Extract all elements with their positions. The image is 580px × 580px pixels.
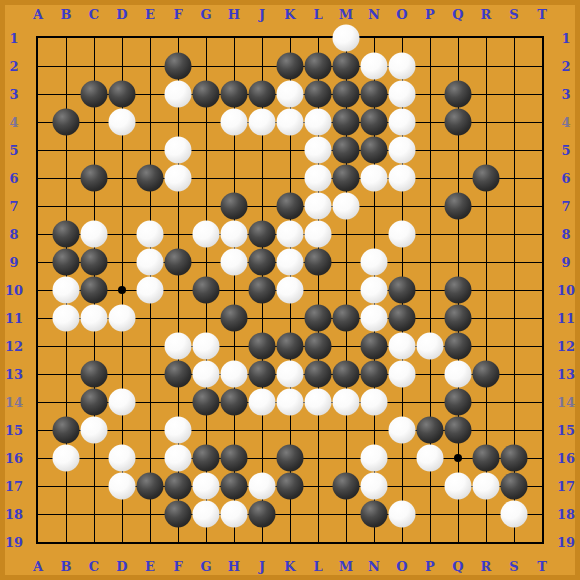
row-label-left-8: 8 — [9, 228, 18, 241]
black-stone-B15 — [53, 417, 80, 444]
white-stone-J17 — [249, 473, 276, 500]
black-stone-D3 — [109, 81, 136, 108]
black-stone-F17 — [165, 473, 192, 500]
black-stone-L2 — [305, 53, 332, 80]
white-stone-N16 — [361, 445, 388, 472]
white-stone-D14 — [109, 389, 136, 416]
black-stone-P15 — [417, 417, 444, 444]
black-stone-L3 — [305, 81, 332, 108]
black-stone-F9 — [165, 249, 192, 276]
row-label-right-9: 9 — [561, 256, 570, 269]
white-stone-N6 — [361, 165, 388, 192]
white-stone-P16 — [417, 445, 444, 472]
black-stone-M4 — [333, 109, 360, 136]
col-label-top-D: D — [116, 8, 127, 21]
row-label-left-15: 15 — [5, 424, 23, 437]
white-stone-F12 — [165, 333, 192, 360]
black-stone-B8 — [53, 221, 80, 248]
col-label-top-M: M — [339, 8, 353, 21]
row-label-left-4: 4 — [9, 116, 18, 129]
row-label-right-19: 19 — [557, 536, 575, 549]
row-label-right-4: 4 — [561, 116, 570, 129]
black-stone-K2 — [277, 53, 304, 80]
black-stone-Q3 — [445, 81, 472, 108]
white-stone-O2 — [389, 53, 416, 80]
black-stone-C13 — [81, 361, 108, 388]
black-stone-F13 — [165, 361, 192, 388]
white-stone-L4 — [305, 109, 332, 136]
row-label-right-11: 11 — [557, 312, 575, 325]
black-stone-M13 — [333, 361, 360, 388]
white-stone-E9 — [137, 249, 164, 276]
black-stone-C3 — [81, 81, 108, 108]
white-stone-B11 — [53, 305, 80, 332]
white-stone-H4 — [221, 109, 248, 136]
white-stone-L7 — [305, 193, 332, 220]
col-label-bottom-N: N — [368, 560, 380, 573]
row-label-right-17: 17 — [557, 480, 575, 493]
white-stone-O13 — [389, 361, 416, 388]
white-stone-E8 — [137, 221, 164, 248]
col-label-top-R: R — [481, 8, 492, 21]
white-stone-F5 — [165, 137, 192, 164]
black-stone-C14 — [81, 389, 108, 416]
white-stone-B16 — [53, 445, 80, 472]
black-stone-K12 — [277, 333, 304, 360]
col-label-top-B: B — [61, 8, 72, 21]
black-stone-Q15 — [445, 417, 472, 444]
row-label-right-1: 1 — [561, 32, 570, 45]
black-stone-E6 — [137, 165, 164, 192]
row-label-right-2: 2 — [561, 60, 570, 73]
white-stone-N11 — [361, 305, 388, 332]
row-label-right-6: 6 — [561, 172, 570, 185]
white-stone-S18 — [501, 501, 528, 528]
black-stone-N3 — [361, 81, 388, 108]
white-stone-G18 — [193, 501, 220, 528]
white-stone-D11 — [109, 305, 136, 332]
black-stone-G14 — [193, 389, 220, 416]
white-stone-E10 — [137, 277, 164, 304]
black-stone-H16 — [221, 445, 248, 472]
white-stone-G12 — [193, 333, 220, 360]
col-label-bottom-B: B — [61, 560, 72, 573]
black-stone-K16 — [277, 445, 304, 472]
white-stone-O8 — [389, 221, 416, 248]
col-label-bottom-Q: Q — [452, 560, 463, 573]
white-stone-H8 — [221, 221, 248, 248]
black-stone-K7 — [277, 193, 304, 220]
white-stone-J14 — [249, 389, 276, 416]
white-stone-K9 — [277, 249, 304, 276]
black-stone-N13 — [361, 361, 388, 388]
black-stone-O11 — [389, 305, 416, 332]
black-stone-C9 — [81, 249, 108, 276]
col-label-bottom-H: H — [228, 560, 240, 573]
black-stone-Q12 — [445, 333, 472, 360]
black-stone-B4 — [53, 109, 80, 136]
white-stone-K8 — [277, 221, 304, 248]
black-stone-Q7 — [445, 193, 472, 220]
row-label-right-10: 10 — [557, 284, 575, 297]
white-stone-H18 — [221, 501, 248, 528]
black-stone-K17 — [277, 473, 304, 500]
white-stone-M1 — [333, 25, 360, 52]
white-stone-L8 — [305, 221, 332, 248]
row-label-left-7: 7 — [9, 200, 18, 213]
black-stone-F18 — [165, 501, 192, 528]
black-stone-H3 — [221, 81, 248, 108]
col-label-top-E: E — [145, 8, 155, 21]
black-stone-R6 — [473, 165, 500, 192]
col-label-top-C: C — [89, 8, 99, 21]
white-stone-P12 — [417, 333, 444, 360]
black-stone-J10 — [249, 277, 276, 304]
col-label-bottom-P: P — [425, 560, 435, 573]
black-stone-L11 — [305, 305, 332, 332]
white-stone-O6 — [389, 165, 416, 192]
black-stone-M6 — [333, 165, 360, 192]
white-stone-L6 — [305, 165, 332, 192]
col-label-top-O: O — [396, 8, 407, 21]
col-label-top-T: T — [537, 8, 547, 21]
row-label-left-18: 18 — [5, 508, 23, 521]
white-stone-J4 — [249, 109, 276, 136]
white-stone-F6 — [165, 165, 192, 192]
black-stone-M17 — [333, 473, 360, 500]
white-stone-O12 — [389, 333, 416, 360]
white-stone-F15 — [165, 417, 192, 444]
col-label-bottom-G: G — [200, 560, 211, 573]
row-label-right-7: 7 — [561, 200, 570, 213]
white-stone-B10 — [53, 277, 80, 304]
black-stone-M5 — [333, 137, 360, 164]
row-label-left-3: 3 — [9, 88, 18, 101]
go-app-window: AABBCCDDEEFFGGHHJJKKLLMMNNOOPPQQRRSSTT11… — [0, 0, 580, 580]
white-stone-K4 — [277, 109, 304, 136]
row-label-right-15: 15 — [557, 424, 575, 437]
white-stone-O5 — [389, 137, 416, 164]
row-label-left-2: 2 — [9, 60, 18, 73]
row-label-right-13: 13 — [557, 368, 575, 381]
star-point-Q16 — [454, 454, 462, 462]
col-label-bottom-D: D — [116, 560, 127, 573]
white-stone-H13 — [221, 361, 248, 388]
black-stone-J13 — [249, 361, 276, 388]
white-stone-K14 — [277, 389, 304, 416]
black-stone-N12 — [361, 333, 388, 360]
col-label-bottom-E: E — [145, 560, 155, 573]
row-label-left-14: 14 — [5, 396, 23, 409]
col-label-top-K: K — [284, 8, 295, 21]
white-stone-G13 — [193, 361, 220, 388]
row-label-right-14: 14 — [557, 396, 575, 409]
black-stone-L13 — [305, 361, 332, 388]
row-label-left-5: 5 — [9, 144, 18, 157]
white-stone-O4 — [389, 109, 416, 136]
black-stone-M3 — [333, 81, 360, 108]
white-stone-Q17 — [445, 473, 472, 500]
row-label-left-19: 19 — [5, 536, 23, 549]
black-stone-Q11 — [445, 305, 472, 332]
black-stone-L12 — [305, 333, 332, 360]
black-stone-C6 — [81, 165, 108, 192]
white-stone-N10 — [361, 277, 388, 304]
col-label-top-J: J — [259, 8, 265, 21]
col-label-bottom-T: T — [537, 560, 547, 573]
row-label-left-1: 1 — [9, 32, 18, 45]
col-label-bottom-R: R — [481, 560, 492, 573]
white-stone-C8 — [81, 221, 108, 248]
white-stone-N2 — [361, 53, 388, 80]
col-label-bottom-O: O — [396, 560, 407, 573]
row-label-left-11: 11 — [5, 312, 23, 325]
black-stone-R13 — [473, 361, 500, 388]
white-stone-L14 — [305, 389, 332, 416]
black-stone-N4 — [361, 109, 388, 136]
white-stone-F3 — [165, 81, 192, 108]
white-stone-D17 — [109, 473, 136, 500]
black-stone-F2 — [165, 53, 192, 80]
col-label-bottom-J: J — [259, 560, 265, 573]
black-stone-H14 — [221, 389, 248, 416]
col-label-bottom-F: F — [173, 560, 182, 573]
white-stone-R17 — [473, 473, 500, 500]
black-stone-J9 — [249, 249, 276, 276]
black-stone-J18 — [249, 501, 276, 528]
black-stone-N5 — [361, 137, 388, 164]
star-point-D10 — [118, 286, 126, 294]
row-label-left-6: 6 — [9, 172, 18, 185]
row-label-left-10: 10 — [5, 284, 23, 297]
col-label-top-A: A — [33, 8, 43, 21]
row-label-right-18: 18 — [557, 508, 575, 521]
row-label-right-3: 3 — [561, 88, 570, 101]
col-label-top-G: G — [200, 8, 211, 21]
black-stone-E17 — [137, 473, 164, 500]
row-label-right-16: 16 — [557, 452, 575, 465]
black-stone-B9 — [53, 249, 80, 276]
black-stone-Q4 — [445, 109, 472, 136]
white-stone-O18 — [389, 501, 416, 528]
col-label-top-S: S — [509, 8, 518, 21]
row-label-left-17: 17 — [5, 480, 23, 493]
col-label-bottom-K: K — [284, 560, 295, 573]
row-label-right-8: 8 — [561, 228, 570, 241]
col-label-bottom-M: M — [339, 560, 353, 573]
black-stone-J3 — [249, 81, 276, 108]
col-label-top-N: N — [368, 8, 380, 21]
black-stone-H7 — [221, 193, 248, 220]
white-stone-L5 — [305, 137, 332, 164]
white-stone-M7 — [333, 193, 360, 220]
col-label-bottom-S: S — [509, 560, 518, 573]
black-stone-J12 — [249, 333, 276, 360]
white-stone-D4 — [109, 109, 136, 136]
black-stone-S16 — [501, 445, 528, 472]
white-stone-N9 — [361, 249, 388, 276]
row-label-left-9: 9 — [9, 256, 18, 269]
black-stone-C10 — [81, 277, 108, 304]
black-stone-J8 — [249, 221, 276, 248]
black-stone-M2 — [333, 53, 360, 80]
black-stone-N18 — [361, 501, 388, 528]
white-stone-K10 — [277, 277, 304, 304]
white-stone-H9 — [221, 249, 248, 276]
black-stone-Q14 — [445, 389, 472, 416]
row-label-right-5: 5 — [561, 144, 570, 157]
white-stone-M14 — [333, 389, 360, 416]
white-stone-O15 — [389, 417, 416, 444]
black-stone-H17 — [221, 473, 248, 500]
col-label-top-F: F — [173, 8, 182, 21]
white-stone-K3 — [277, 81, 304, 108]
white-stone-N14 — [361, 389, 388, 416]
white-stone-F16 — [165, 445, 192, 472]
row-label-left-13: 13 — [5, 368, 23, 381]
white-stone-N17 — [361, 473, 388, 500]
black-stone-L9 — [305, 249, 332, 276]
black-stone-R16 — [473, 445, 500, 472]
col-label-top-P: P — [425, 8, 435, 21]
black-stone-H11 — [221, 305, 248, 332]
white-stone-G8 — [193, 221, 220, 248]
white-stone-G17 — [193, 473, 220, 500]
grid-hline-18 — [38, 514, 542, 515]
white-stone-K13 — [277, 361, 304, 388]
col-label-bottom-C: C — [89, 560, 99, 573]
col-label-bottom-A: A — [33, 560, 43, 573]
row-label-right-12: 12 — [557, 340, 575, 353]
white-stone-D16 — [109, 445, 136, 472]
white-stone-Q13 — [445, 361, 472, 388]
white-stone-C15 — [81, 417, 108, 444]
col-label-top-H: H — [228, 8, 240, 21]
col-label-top-L: L — [313, 8, 322, 21]
white-stone-C11 — [81, 305, 108, 332]
black-stone-S17 — [501, 473, 528, 500]
black-stone-Q10 — [445, 277, 472, 304]
row-label-left-12: 12 — [5, 340, 23, 353]
black-stone-G10 — [193, 277, 220, 304]
black-stone-O10 — [389, 277, 416, 304]
col-label-bottom-L: L — [313, 560, 322, 573]
col-label-top-Q: Q — [452, 8, 463, 21]
black-stone-G16 — [193, 445, 220, 472]
go-board[interactable]: AABBCCDDEEFFGGHHJJKKLLMMNNOOPPQQRRSSTT11… — [0, 0, 580, 580]
black-stone-G3 — [193, 81, 220, 108]
white-stone-O3 — [389, 81, 416, 108]
row-label-left-16: 16 — [5, 452, 23, 465]
black-stone-M11 — [333, 305, 360, 332]
